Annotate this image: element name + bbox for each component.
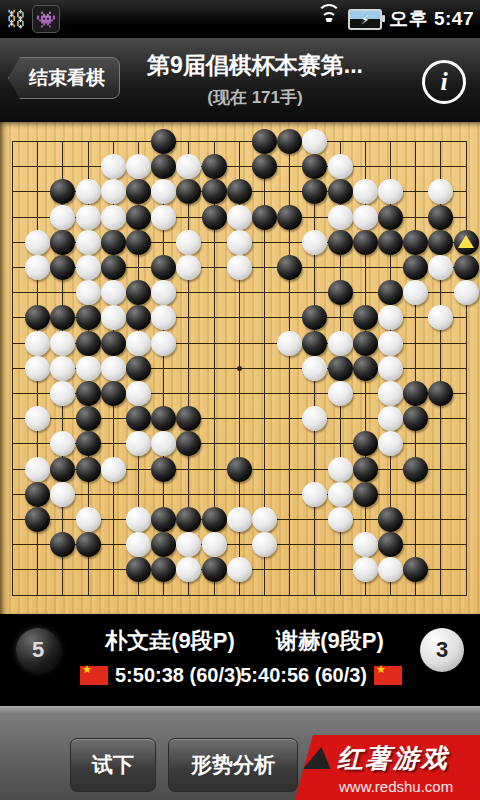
white-stone bbox=[378, 331, 403, 356]
status-icons-left: ⛓ 👾 bbox=[6, 5, 317, 33]
go-board[interactable] bbox=[0, 122, 480, 614]
black-stone bbox=[454, 255, 479, 280]
white-stone bbox=[328, 507, 353, 532]
watermark-url: www.redshu.com bbox=[305, 778, 480, 795]
black-stone bbox=[252, 205, 277, 230]
white-stone bbox=[151, 431, 176, 456]
white-stone bbox=[353, 532, 378, 557]
white-stone bbox=[50, 331, 75, 356]
black-stone bbox=[25, 305, 50, 330]
black-stone bbox=[302, 331, 327, 356]
white-stone bbox=[151, 280, 176, 305]
black-stone bbox=[428, 381, 453, 406]
white-stone bbox=[176, 557, 201, 582]
white-stone bbox=[176, 532, 201, 557]
grid-line-h bbox=[12, 494, 467, 495]
black-stone bbox=[126, 406, 151, 431]
white-stone bbox=[353, 557, 378, 582]
white-time-row: 5:40:56 (60/3) bbox=[240, 664, 402, 687]
app-screen: ⛓ 👾 ⚡ 오후 5:47 结束看棋 第9届倡棋杯本赛第... (现在 171手… bbox=[0, 0, 480, 800]
black-stone bbox=[176, 431, 201, 456]
black-stone bbox=[403, 457, 428, 482]
black-stone bbox=[302, 305, 327, 330]
usb-icon: ⛓ bbox=[6, 8, 26, 31]
watermark-brand: 红薯游戏 bbox=[337, 741, 449, 776]
white-stone bbox=[76, 205, 101, 230]
info-icon[interactable]: i bbox=[422, 60, 466, 104]
white-stone bbox=[302, 406, 327, 431]
black-stone bbox=[151, 154, 176, 179]
try-move-button[interactable]: 试下 bbox=[70, 738, 156, 792]
black-stone bbox=[353, 431, 378, 456]
last-move-triangle-marker bbox=[458, 235, 474, 248]
status-bar: ⛓ 👾 ⚡ 오후 5:47 bbox=[0, 0, 480, 38]
white-stone bbox=[25, 457, 50, 482]
black-stone bbox=[76, 305, 101, 330]
players-panel: 5 朴文垚(9段P) 谢赫(9段P) 5:50:38 (60/3) 5:40:5… bbox=[0, 614, 480, 706]
black-stone bbox=[353, 356, 378, 381]
black-stone bbox=[126, 356, 151, 381]
white-stone bbox=[176, 230, 201, 255]
white-stone bbox=[428, 305, 453, 330]
white-stone bbox=[25, 230, 50, 255]
black-stone bbox=[176, 179, 201, 204]
white-stone bbox=[126, 507, 151, 532]
black-stone bbox=[252, 154, 277, 179]
black-stone bbox=[76, 406, 101, 431]
black-stone bbox=[353, 305, 378, 330]
white-stone bbox=[378, 356, 403, 381]
white-stone bbox=[76, 255, 101, 280]
white-stone bbox=[328, 457, 353, 482]
black-stone bbox=[428, 205, 453, 230]
white-stone bbox=[378, 431, 403, 456]
china-flag-icon bbox=[80, 666, 108, 685]
white-stone bbox=[50, 381, 75, 406]
star-point bbox=[237, 366, 242, 371]
white-stone bbox=[151, 179, 176, 204]
black-stone bbox=[76, 331, 101, 356]
white-stone bbox=[76, 280, 101, 305]
white-stone bbox=[277, 331, 302, 356]
white-stone bbox=[101, 154, 126, 179]
white-stone bbox=[101, 280, 126, 305]
white-stone bbox=[126, 381, 151, 406]
white-stone bbox=[328, 381, 353, 406]
black-stone bbox=[378, 280, 403, 305]
white-captures-badge: 3 bbox=[420, 628, 464, 672]
white-stone bbox=[176, 154, 201, 179]
status-icons-right: ⚡ 오후 5:47 bbox=[317, 6, 474, 32]
game-title: 第9届倡棋杯本赛第... bbox=[115, 50, 395, 81]
black-stone bbox=[353, 482, 378, 507]
white-stone bbox=[50, 431, 75, 456]
white-stone bbox=[403, 280, 428, 305]
black-stone bbox=[76, 431, 101, 456]
white-stone bbox=[151, 205, 176, 230]
black-captures-badge: 5 bbox=[16, 628, 60, 672]
black-stone bbox=[378, 230, 403, 255]
white-stone bbox=[252, 507, 277, 532]
white-stone bbox=[378, 305, 403, 330]
black-stone bbox=[353, 457, 378, 482]
black-stone bbox=[378, 507, 403, 532]
white-stone bbox=[328, 154, 353, 179]
white-stone bbox=[202, 532, 227, 557]
white-player-name: 谢赫(9段P) bbox=[250, 626, 410, 656]
black-clock: 5:50:38 (60/3) bbox=[115, 664, 242, 687]
white-stone bbox=[328, 482, 353, 507]
white-stone bbox=[227, 255, 252, 280]
wifi-icon bbox=[317, 10, 341, 28]
white-stone bbox=[302, 482, 327, 507]
black-stone bbox=[50, 305, 75, 330]
white-stone bbox=[50, 482, 75, 507]
android-debug-icon: 👾 bbox=[32, 5, 60, 33]
white-stone bbox=[50, 205, 75, 230]
black-stone bbox=[101, 381, 126, 406]
black-stone bbox=[25, 482, 50, 507]
white-stone bbox=[76, 356, 101, 381]
white-stone bbox=[25, 356, 50, 381]
white-stone bbox=[428, 255, 453, 280]
title-bar: 结束看棋 第9届倡棋杯本赛第... (现在 171手) i bbox=[0, 38, 480, 123]
black-stone bbox=[403, 406, 428, 431]
white-stone bbox=[76, 179, 101, 204]
move-counter: (现在 171手) bbox=[115, 86, 395, 109]
white-stone bbox=[151, 305, 176, 330]
black-time-row: 5:50:38 (60/3) bbox=[80, 664, 242, 687]
black-stone bbox=[151, 457, 176, 482]
black-stone bbox=[76, 532, 101, 557]
black-stone bbox=[277, 129, 302, 154]
grid-line-h bbox=[12, 595, 467, 596]
grid-line-v bbox=[466, 141, 467, 596]
white-stone bbox=[378, 406, 403, 431]
black-stone bbox=[353, 230, 378, 255]
black-stone bbox=[176, 507, 201, 532]
watermark: 红薯游戏 www.redshu.com bbox=[295, 735, 480, 800]
white-stone bbox=[302, 230, 327, 255]
white-stone bbox=[176, 255, 201, 280]
black-stone bbox=[126, 230, 151, 255]
white-clock: 5:40:56 (60/3) bbox=[240, 664, 367, 687]
white-stone bbox=[328, 205, 353, 230]
black-stone bbox=[50, 457, 75, 482]
black-stone bbox=[151, 507, 176, 532]
white-stone bbox=[252, 532, 277, 557]
black-stone bbox=[151, 557, 176, 582]
black-stone bbox=[126, 280, 151, 305]
black-stone bbox=[378, 532, 403, 557]
white-stone bbox=[101, 179, 126, 204]
white-stone bbox=[353, 205, 378, 230]
black-stone bbox=[151, 532, 176, 557]
black-stone bbox=[328, 230, 353, 255]
white-stone bbox=[227, 205, 252, 230]
white-stone bbox=[126, 331, 151, 356]
black-stone bbox=[378, 205, 403, 230]
white-stone bbox=[227, 230, 252, 255]
white-stone bbox=[378, 381, 403, 406]
white-stone bbox=[126, 154, 151, 179]
black-stone bbox=[25, 507, 50, 532]
grid-line-v bbox=[415, 141, 416, 596]
white-stone bbox=[101, 305, 126, 330]
black-stone bbox=[328, 356, 353, 381]
end-watching-button[interactable]: 结束看棋 bbox=[8, 57, 120, 99]
white-stone bbox=[428, 179, 453, 204]
black-stone bbox=[227, 457, 252, 482]
black-stone bbox=[101, 331, 126, 356]
black-stone bbox=[328, 179, 353, 204]
white-stone bbox=[454, 280, 479, 305]
black-stone bbox=[50, 179, 75, 204]
white-stone bbox=[25, 331, 50, 356]
white-stone bbox=[302, 129, 327, 154]
white-stone bbox=[328, 331, 353, 356]
black-stone bbox=[126, 179, 151, 204]
white-stone bbox=[353, 179, 378, 204]
black-stone bbox=[50, 230, 75, 255]
black-stone bbox=[403, 230, 428, 255]
black-stone bbox=[277, 205, 302, 230]
black-player-name: 朴文垚(9段P) bbox=[80, 626, 260, 656]
white-stone bbox=[101, 356, 126, 381]
white-stone bbox=[101, 205, 126, 230]
white-stone bbox=[25, 255, 50, 280]
white-stone bbox=[302, 356, 327, 381]
black-stone bbox=[50, 255, 75, 280]
black-stone bbox=[403, 381, 428, 406]
black-stone bbox=[50, 532, 75, 557]
black-stone bbox=[403, 557, 428, 582]
white-stone bbox=[50, 356, 75, 381]
clock-text: 오후 5:47 bbox=[389, 6, 474, 32]
battery-charging-icon: ⚡ bbox=[348, 9, 382, 30]
black-stone bbox=[328, 280, 353, 305]
black-stone bbox=[101, 230, 126, 255]
black-stone bbox=[126, 305, 151, 330]
white-stone bbox=[76, 230, 101, 255]
black-stone bbox=[302, 154, 327, 179]
black-stone bbox=[176, 406, 201, 431]
black-stone bbox=[76, 381, 101, 406]
black-stone bbox=[202, 507, 227, 532]
black-stone bbox=[252, 129, 277, 154]
black-stone bbox=[227, 179, 252, 204]
black-stone bbox=[202, 557, 227, 582]
black-stone bbox=[428, 230, 453, 255]
white-stone bbox=[126, 532, 151, 557]
black-stone bbox=[202, 154, 227, 179]
white-stone bbox=[378, 557, 403, 582]
black-stone bbox=[202, 205, 227, 230]
black-stone bbox=[151, 129, 176, 154]
black-stone bbox=[202, 179, 227, 204]
white-stone bbox=[76, 507, 101, 532]
white-stone bbox=[227, 507, 252, 532]
white-stone bbox=[378, 179, 403, 204]
china-flag-icon bbox=[374, 666, 402, 685]
white-stone bbox=[25, 406, 50, 431]
black-stone bbox=[101, 255, 126, 280]
white-stone bbox=[227, 557, 252, 582]
black-stone bbox=[76, 457, 101, 482]
position-analysis-button[interactable]: 形势分析 bbox=[168, 738, 298, 792]
black-stone bbox=[353, 331, 378, 356]
black-stone bbox=[151, 406, 176, 431]
watermark-logo-row: 红薯游戏 bbox=[305, 741, 480, 776]
black-stone bbox=[126, 205, 151, 230]
black-stone bbox=[126, 557, 151, 582]
black-stone bbox=[151, 255, 176, 280]
white-stone bbox=[151, 331, 176, 356]
white-stone bbox=[126, 431, 151, 456]
white-stone bbox=[101, 457, 126, 482]
black-stone bbox=[302, 179, 327, 204]
black-stone bbox=[277, 255, 302, 280]
black-stone bbox=[403, 255, 428, 280]
